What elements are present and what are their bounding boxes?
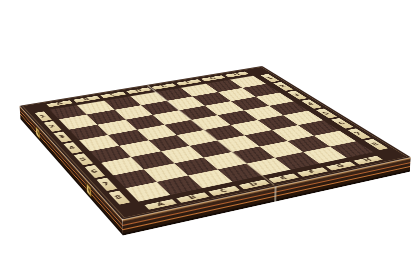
piece-white-rook[interactable]: ♜ — [114, 152, 187, 193]
scene: ABCDEFGH ABCDEFGH 12345678 12345678 ♜♞♝♛… — [0, 0, 416, 277]
chess-board: ABCDEFGH ABCDEFGH 12345678 12345678 ♜♞♝♛… — [20, 66, 411, 219]
pieces-layer: ♜♞♝♛♚♝♞♜♟♟♟♟♟♟♟♟♟♟♟♟♟♟♟♟♜♞♝♛♚♝♞♜ — [20, 66, 411, 219]
photo-stage: ABCDEFGH ABCDEFGH 12345678 12345678 ♜♞♝♛… — [0, 0, 416, 277]
fold-seam-edge-mark — [274, 186, 276, 202]
piece-black-pawn[interactable]: ♟ — [294, 126, 362, 157]
brass-clasp-icon — [36, 126, 40, 140]
brass-clasp-icon — [86, 182, 91, 198]
